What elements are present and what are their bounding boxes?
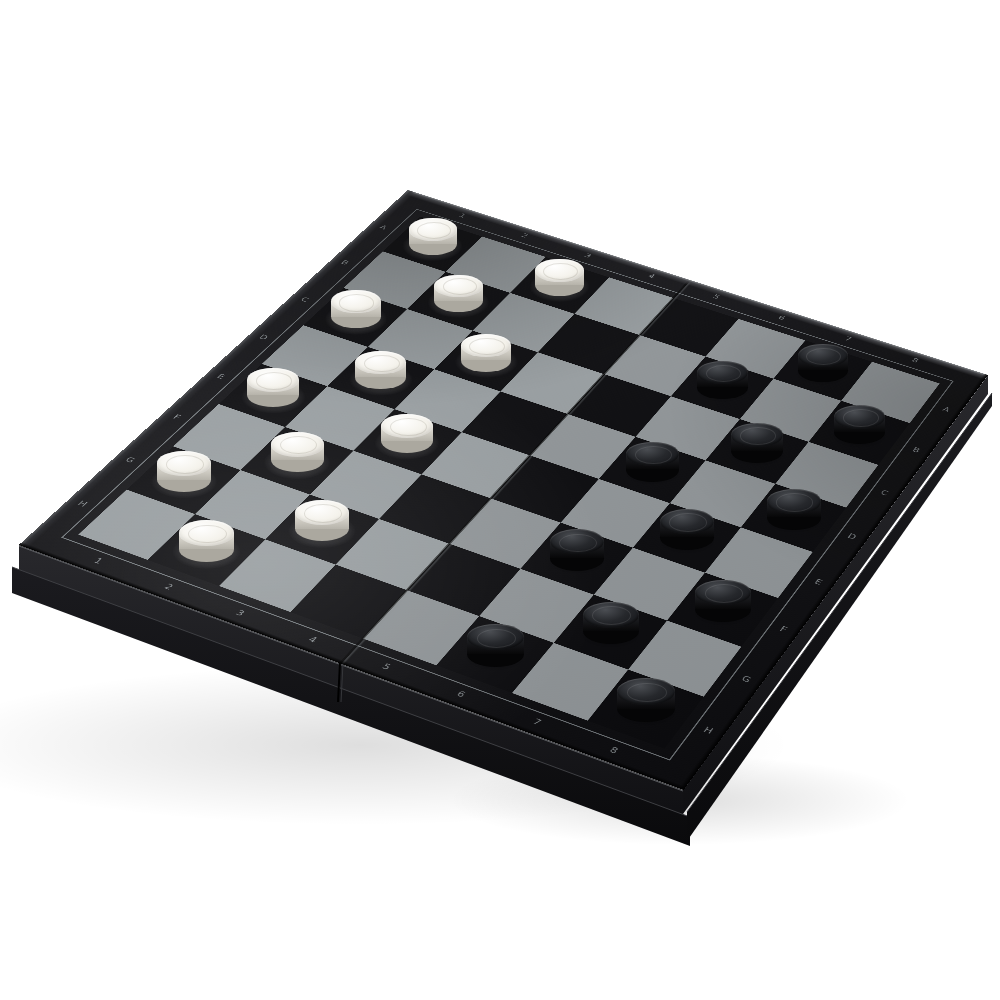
rank-label-D: D — [257, 334, 269, 341]
file-label-1: 1 — [457, 213, 467, 219]
file-label-2: 2 — [162, 583, 174, 591]
file-label-4: 4 — [306, 636, 318, 645]
file-label-1: 1 — [92, 557, 104, 565]
rank-label-C: C — [299, 296, 310, 303]
file-label-3: 3 — [583, 253, 593, 259]
file-label-4: 4 — [646, 273, 656, 279]
file-label-2: 2 — [520, 233, 530, 239]
file-label-3: 3 — [234, 609, 246, 617]
rank-label-E: E — [215, 374, 226, 381]
rank-label-H: H — [75, 500, 88, 508]
rank-label-A: A — [378, 225, 388, 231]
checkers-board-photo: AABBCCDDEEFFGGHH1122334455667788 — [0, 0, 1000, 1000]
rank-label-F: F — [171, 414, 182, 421]
rank-label-B: B — [339, 260, 350, 266]
rank-label-G: G — [123, 456, 136, 464]
